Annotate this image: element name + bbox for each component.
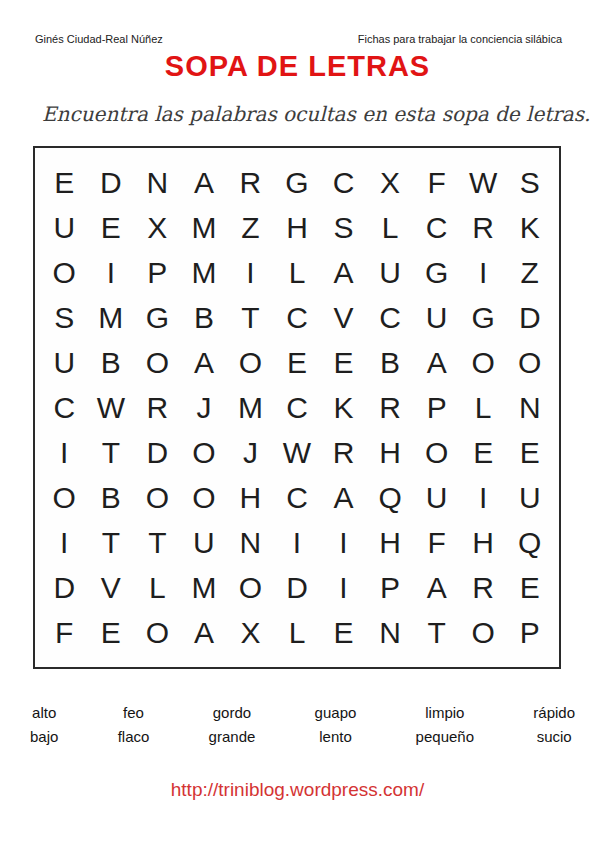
grid-cell-r2c11[interactable]: K [506, 205, 553, 250]
grid-cell-r7c7[interactable]: R [320, 430, 367, 475]
grid-cell-r2c6[interactable]: H [274, 205, 321, 250]
worksheet-page: Ginés Ciudad-Real Núñez Fichas para trab… [0, 0, 595, 842]
grid-cell-r11c11[interactable]: P [506, 610, 553, 655]
grid-cell-r5c5[interactable]: O [227, 340, 274, 385]
grid-cell-r5c10[interactable]: O [460, 340, 507, 385]
grid-cell-r2c9[interactable]: C [413, 205, 460, 250]
grid-cell-r4c11[interactable]: D [506, 295, 553, 340]
grid-cell-r5c6[interactable]: E [274, 340, 321, 385]
grid-cell-r4c9[interactable]: U [413, 295, 460, 340]
grid-cell-r9c2[interactable]: T [88, 520, 135, 565]
word-list: altobajofeoflacogordograndeguapolentolim… [30, 701, 575, 749]
grid-cell-r7c4[interactable]: O [181, 430, 228, 475]
word-bajo: bajo [30, 725, 58, 749]
grid-cell-r5c4[interactable]: A [181, 340, 228, 385]
grid-cell-r6c11[interactable]: N [506, 385, 553, 430]
grid-cell-r6c1[interactable]: C [41, 385, 88, 430]
grid-cell-r3c10[interactable]: I [460, 250, 507, 295]
grid-cell-r4c4[interactable]: B [181, 295, 228, 340]
grid-cell-r8c3[interactable]: O [134, 475, 181, 520]
word-rápido: rápido [533, 701, 575, 725]
grid-cell-r7c5[interactable]: J [227, 430, 274, 475]
grid-cell-r10c6[interactable]: D [274, 565, 321, 610]
grid-cell-r6c7[interactable]: K [320, 385, 367, 430]
grid-cell-r7c9[interactable]: O [413, 430, 460, 475]
grid-cell-r5c1[interactable]: U [41, 340, 88, 385]
grid-cell-r4c10[interactable]: G [460, 295, 507, 340]
grid-cell-r3c5[interactable]: I [227, 250, 274, 295]
grid-cell-r2c2[interactable]: E [88, 205, 135, 250]
word-alto: alto [30, 701, 58, 725]
grid-cell-r9c6[interactable]: I [274, 520, 321, 565]
grid-cell-r4c8[interactable]: C [367, 295, 414, 340]
grid-cell-r11c2[interactable]: E [88, 610, 135, 655]
grid-cell-r7c1[interactable]: I [41, 430, 88, 475]
grid-cell-r6c4[interactable]: J [181, 385, 228, 430]
grid-cell-r3c9[interactable]: G [413, 250, 460, 295]
grid-cell-r3c11[interactable]: Z [506, 250, 553, 295]
grid-cell-r5c9[interactable]: A [413, 340, 460, 385]
word-pequeño: pequeño [416, 725, 474, 749]
grid-cell-r9c5[interactable]: N [227, 520, 274, 565]
grid-cell-r8c4[interactable]: O [181, 475, 228, 520]
grid-cell-r4c2[interactable]: M [88, 295, 135, 340]
grid-cell-r11c4[interactable]: A [181, 610, 228, 655]
grid-cell-r1c1[interactable]: E [41, 160, 88, 205]
grid-cell-r7c2[interactable]: T [88, 430, 135, 475]
grid-cell-r10c4[interactable]: M [181, 565, 228, 610]
wordsearch-grid: EDNARGCXFWSUEXMZHSLCRKOIPMILAUGIZSMGBTCV… [35, 148, 559, 667]
instruction-text: Encuentra las palabras ocultas en esta s… [42, 102, 590, 126]
word-feo: feo [118, 701, 150, 725]
grid-cell-r10c9[interactable]: A [413, 565, 460, 610]
word-sucio: sucio [533, 725, 575, 749]
grid-cell-r11c5[interactable]: X [227, 610, 274, 655]
grid-cell-r9c3[interactable]: T [134, 520, 181, 565]
grid-cell-r3c4[interactable]: M [181, 250, 228, 295]
grid-cell-r8c11[interactable]: U [506, 475, 553, 520]
grid-cell-r2c1[interactable]: U [41, 205, 88, 250]
grid-cell-r11c7[interactable]: E [320, 610, 367, 655]
word-column-6: rápidosucio [533, 701, 575, 749]
grid-cell-r5c7[interactable]: E [320, 340, 367, 385]
grid-cell-r8c2[interactable]: B [88, 475, 135, 520]
grid-cell-r11c6[interactable]: L [274, 610, 321, 655]
grid-cell-r4c5[interactable]: T [227, 295, 274, 340]
grid-cell-r2c5[interactable]: Z [227, 205, 274, 250]
word-limpio: limpio [416, 701, 474, 725]
grid-cell-r1c7[interactable]: C [320, 160, 367, 205]
grid-cell-r10c1[interactable]: D [41, 565, 88, 610]
grid-cell-r2c8[interactable]: L [367, 205, 414, 250]
grid-cell-r9c9[interactable]: F [413, 520, 460, 565]
grid-cell-r1c2[interactable]: D [88, 160, 135, 205]
grid-cell-r8c10[interactable]: I [460, 475, 507, 520]
grid-cell-r10c3[interactable]: L [134, 565, 181, 610]
page-title: SOPA DE LETRAS [0, 50, 595, 83]
grid-cell-r1c6[interactable]: G [274, 160, 321, 205]
grid-cell-r10c5[interactable]: O [227, 565, 274, 610]
word-column-2: feoflaco [118, 701, 150, 749]
word-flaco: flaco [118, 725, 150, 749]
grid-cell-r1c8[interactable]: X [367, 160, 414, 205]
grid-cell-r9c7[interactable]: I [320, 520, 367, 565]
grid-cell-r8c6[interactable]: C [274, 475, 321, 520]
grid-cell-r1c9[interactable]: F [413, 160, 460, 205]
grid-cell-r11c8[interactable]: N [367, 610, 414, 655]
grid-cell-r6c5[interactable]: M [227, 385, 274, 430]
grid-cell-r9c1[interactable]: I [41, 520, 88, 565]
grid-cell-r2c10[interactable]: R [460, 205, 507, 250]
grid-cell-r2c7[interactable]: S [320, 205, 367, 250]
grid-cell-r4c3[interactable]: G [134, 295, 181, 340]
grid-cell-r10c11[interactable]: E [506, 565, 553, 610]
grid-cell-r6c3[interactable]: R [134, 385, 181, 430]
grid-cell-r1c4[interactable]: A [181, 160, 228, 205]
header-series: Fichas para trabajar la conciencia siláb… [358, 33, 562, 45]
grid-cell-r5c8[interactable]: B [367, 340, 414, 385]
grid-cell-r5c11[interactable]: O [506, 340, 553, 385]
grid-cell-r3c7[interactable]: A [320, 250, 367, 295]
word-lento: lento [315, 725, 357, 749]
grid-cell-r4c6[interactable]: C [274, 295, 321, 340]
word-column-5: limpiopequeño [416, 701, 474, 749]
word-grande: grande [209, 725, 256, 749]
footer-url[interactable]: http://triniblog.wordpress.com/ [0, 779, 595, 801]
grid-cell-r8c9[interactable]: U [413, 475, 460, 520]
grid-cell-r10c2[interactable]: V [88, 565, 135, 610]
grid-cell-r11c3[interactable]: O [134, 610, 181, 655]
grid-cell-r8c1[interactable]: O [41, 475, 88, 520]
wordsearch-board: EDNARGCXFWSUEXMZHSLCRKOIPMILAUGIZSMGBTCV… [33, 146, 561, 669]
grid-cell-r2c4[interactable]: M [181, 205, 228, 250]
grid-cell-r10c10[interactable]: R [460, 565, 507, 610]
grid-cell-r1c10[interactable]: W [460, 160, 507, 205]
grid-cell-r8c7[interactable]: A [320, 475, 367, 520]
grid-cell-r6c6[interactable]: C [274, 385, 321, 430]
grid-cell-r6c9[interactable]: P [413, 385, 460, 430]
grid-cell-r3c2[interactable]: I [88, 250, 135, 295]
grid-cell-r8c8[interactable]: Q [367, 475, 414, 520]
grid-cell-r7c3[interactable]: D [134, 430, 181, 475]
grid-cell-r5c2[interactable]: B [88, 340, 135, 385]
grid-cell-r8c5[interactable]: H [227, 475, 274, 520]
grid-cell-r6c2[interactable]: W [88, 385, 135, 430]
grid-cell-r4c7[interactable]: V [320, 295, 367, 340]
grid-cell-r9c8[interactable]: H [367, 520, 414, 565]
grid-cell-r7c8[interactable]: H [367, 430, 414, 475]
grid-cell-r3c1[interactable]: O [41, 250, 88, 295]
grid-cell-r9c10[interactable]: H [460, 520, 507, 565]
grid-cell-r9c4[interactable]: U [181, 520, 228, 565]
grid-cell-r3c6[interactable]: L [274, 250, 321, 295]
word-column-4: guapolento [315, 701, 357, 749]
grid-cell-r11c10[interactable]: O [460, 610, 507, 655]
header-author: Ginés Ciudad-Real Núñez [35, 33, 163, 45]
grid-cell-r10c7[interactable]: I [320, 565, 367, 610]
grid-cell-r3c8[interactable]: U [367, 250, 414, 295]
word-column-1: altobajo [30, 701, 58, 749]
grid-cell-r11c9[interactable]: T [413, 610, 460, 655]
grid-cell-r7c10[interactable]: E [460, 430, 507, 475]
word-column-3: gordogrande [209, 701, 256, 749]
grid-cell-r1c11[interactable]: S [506, 160, 553, 205]
grid-cell-r9c11[interactable]: Q [506, 520, 553, 565]
grid-cell-r6c10[interactable]: L [460, 385, 507, 430]
grid-cell-r1c3[interactable]: N [134, 160, 181, 205]
word-gordo: gordo [209, 701, 256, 725]
grid-cell-r5c3[interactable]: O [134, 340, 181, 385]
grid-cell-r11c1[interactable]: F [41, 610, 88, 655]
grid-cell-r4c1[interactable]: S [41, 295, 88, 340]
grid-cell-r6c8[interactable]: R [367, 385, 414, 430]
page-header: Ginés Ciudad-Real Núñez Fichas para trab… [35, 33, 562, 45]
grid-cell-r3c3[interactable]: P [134, 250, 181, 295]
grid-cell-r1c5[interactable]: R [227, 160, 274, 205]
grid-cell-r7c11[interactable]: E [506, 430, 553, 475]
word-guapo: guapo [315, 701, 357, 725]
grid-cell-r10c8[interactable]: P [367, 565, 414, 610]
grid-cell-r7c6[interactable]: W [274, 430, 321, 475]
grid-cell-r2c3[interactable]: X [134, 205, 181, 250]
